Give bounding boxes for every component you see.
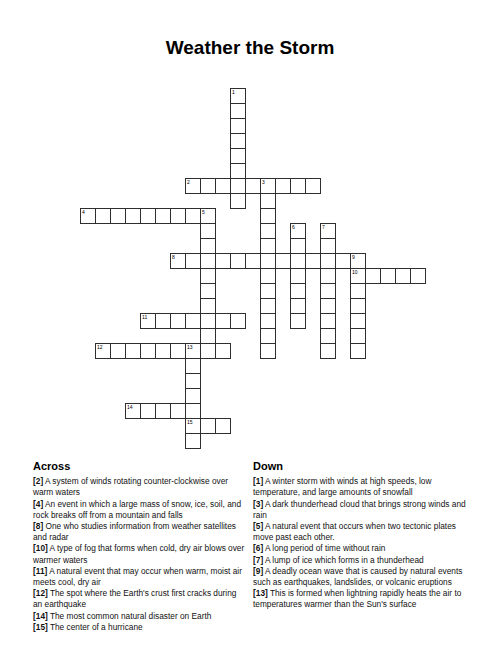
down-clue-list: [1] A winter storm with winds at high sp… xyxy=(253,476,468,610)
across-heading: Across xyxy=(33,461,246,472)
grid-cell[interactable] xyxy=(245,178,261,194)
grid-cell[interactable] xyxy=(95,208,111,224)
grid-cell[interactable] xyxy=(170,403,186,419)
clue-text: A type of fog that forms when cold, dry … xyxy=(33,543,244,564)
grid-cell[interactable] xyxy=(365,268,381,284)
clue-text: This is formed when lightning rapidly he… xyxy=(253,588,461,609)
grid-cell[interactable] xyxy=(260,343,276,359)
clue-text: A deadly ocean wave that is caused by na… xyxy=(253,566,462,587)
clue-number: [2] xyxy=(33,476,43,486)
grid-cell[interactable]: 12 xyxy=(95,343,111,359)
grid-cell[interactable] xyxy=(230,148,246,164)
grid-cell[interactable] xyxy=(305,178,321,194)
grid-cell[interactable] xyxy=(335,253,351,269)
grid-cell[interactable]: 15 xyxy=(185,418,201,434)
clue-number: [13] xyxy=(253,588,268,598)
clue-item: [12] The spot where the Earth's crust fi… xyxy=(33,588,246,610)
grid-cell[interactable] xyxy=(185,313,201,329)
grid-cell[interactable] xyxy=(200,328,216,344)
clue-item: [1] A winter storm with winds at high sp… xyxy=(253,476,468,498)
grid-cell[interactable] xyxy=(215,313,231,329)
cell-number: 4 xyxy=(82,209,85,215)
grid-cell[interactable] xyxy=(260,223,276,239)
grid-cell[interactable] xyxy=(290,268,306,284)
grid-cell[interactable] xyxy=(170,208,186,224)
grid-cell[interactable] xyxy=(260,283,276,299)
grid-cell[interactable] xyxy=(350,343,366,359)
grid-cell[interactable] xyxy=(245,253,261,269)
cell-number: 7 xyxy=(322,224,325,230)
cell-number: 14 xyxy=(127,404,133,410)
grid-cell[interactable] xyxy=(230,163,246,179)
clue-item: [13] This is formed when lightning rapid… xyxy=(253,588,468,610)
grid-cell[interactable] xyxy=(155,343,171,359)
grid-cell[interactable] xyxy=(230,133,246,149)
grid-cell[interactable] xyxy=(260,253,276,269)
grid-cell[interactable] xyxy=(275,178,291,194)
cell-number: 13 xyxy=(187,344,193,350)
grid-cell[interactable] xyxy=(140,343,156,359)
grid-cell[interactable] xyxy=(200,253,216,269)
cell-number: 2 xyxy=(187,179,190,185)
clue-item: [9] A deadly ocean wave that is caused b… xyxy=(253,566,468,588)
clue-text: The spot where the Earth's crust first c… xyxy=(33,588,236,609)
cell-number: 5 xyxy=(202,209,205,215)
page-title: Weather the Storm xyxy=(0,37,500,59)
grid-cell[interactable] xyxy=(230,253,246,269)
grid-cell[interactable] xyxy=(260,313,276,329)
clue-item: [6] A long period of time without rain xyxy=(253,543,468,554)
grid-cell[interactable]: 8 xyxy=(170,253,186,269)
grid-cell[interactable] xyxy=(215,253,231,269)
grid-cell[interactable]: 10 xyxy=(350,268,366,284)
grid-cell[interactable] xyxy=(200,343,216,359)
clue-text: A long period of time without rain xyxy=(263,543,385,553)
clue-number: [12] xyxy=(33,588,48,598)
clue-item: [15] The center of a hurricane xyxy=(33,622,246,633)
grid-cell[interactable] xyxy=(260,328,276,344)
grid-cell[interactable] xyxy=(290,253,306,269)
down-heading: Down xyxy=(253,461,468,472)
clue-number: [3] xyxy=(253,499,263,509)
grid-cell[interactable] xyxy=(200,223,216,239)
grid-cell[interactable] xyxy=(290,178,306,194)
cell-number: 1 xyxy=(232,89,235,95)
grid-cell[interactable] xyxy=(395,268,411,284)
grid-cell[interactable] xyxy=(200,298,216,314)
clue-text: A natural event that may occur when warm… xyxy=(33,566,242,587)
grid-cell[interactable] xyxy=(155,313,171,329)
grid-cell[interactable] xyxy=(185,403,201,419)
grid-cell[interactable] xyxy=(290,238,306,254)
cell-number: 10 xyxy=(352,269,358,275)
clue-number: [1] xyxy=(253,476,263,486)
grid-cell[interactable] xyxy=(140,403,156,419)
clue-number: [11] xyxy=(33,566,47,576)
clue-text: The most common natural disaster on Eart… xyxy=(48,611,212,621)
cell-number: 3 xyxy=(262,179,265,185)
grid-cell[interactable] xyxy=(320,283,336,299)
clue-item: [10] A type of fog that forms when cold,… xyxy=(33,543,246,565)
grid-cell[interactable] xyxy=(140,208,156,224)
clue-item: [4] An event in which a large mass of sn… xyxy=(33,499,246,521)
clue-text: A system of winds rotating counter-clock… xyxy=(33,476,228,497)
grid-cell[interactable] xyxy=(290,298,306,314)
grid-cell[interactable] xyxy=(290,283,306,299)
crossword-grid: 123456789101112131415 xyxy=(80,88,426,449)
grid-cell[interactable]: 9 xyxy=(350,253,366,269)
grid-cell[interactable]: 1 xyxy=(230,88,246,104)
clue-item: [11] A natural event that may occur when… xyxy=(33,566,246,588)
cell-number: 8 xyxy=(172,254,175,260)
clue-text: A lump of ice which forms in a thunderhe… xyxy=(263,555,424,565)
clue-text: An event in which a large mass of snow, … xyxy=(33,499,241,520)
clue-text: The center of a hurricane xyxy=(48,622,143,632)
grid-cell[interactable] xyxy=(200,268,216,284)
grid-cell[interactable] xyxy=(215,418,231,434)
grid-cell[interactable] xyxy=(110,343,126,359)
grid-cell[interactable] xyxy=(125,343,141,359)
grid-cell[interactable] xyxy=(185,358,201,374)
clue-item: [8] One who studies information from wea… xyxy=(33,521,246,543)
grid-cell[interactable] xyxy=(170,343,186,359)
grid-cell[interactable] xyxy=(125,208,141,224)
grid-cell[interactable] xyxy=(200,238,216,254)
cell-number: 12 xyxy=(97,344,103,350)
grid-cell[interactable] xyxy=(185,433,201,449)
clue-item: [2] A system of winds rotating counter-c… xyxy=(33,476,246,498)
clue-text: A winter storm with winds at high speeds… xyxy=(253,476,431,497)
grid-cell[interactable] xyxy=(320,313,336,329)
grid-cell[interactable] xyxy=(170,313,186,329)
grid-cell[interactable]: 11 xyxy=(140,313,156,329)
grid-cell[interactable] xyxy=(290,313,306,329)
grid-cell[interactable] xyxy=(305,253,321,269)
grid-cell[interactable] xyxy=(155,208,171,224)
grid-cell[interactable] xyxy=(215,343,231,359)
grid-cell[interactable] xyxy=(200,283,216,299)
grid-cell[interactable] xyxy=(380,268,396,284)
grid-cell[interactable] xyxy=(155,403,171,419)
grid-cell[interactable]: 7 xyxy=(320,223,336,239)
grid-cell[interactable]: 14 xyxy=(125,403,141,419)
clues-down-section: Down [1] A winter storm with winds at hi… xyxy=(253,461,468,611)
grid-cell[interactable] xyxy=(320,253,336,269)
grid-cell[interactable] xyxy=(350,328,366,344)
grid-cell[interactable]: 6 xyxy=(290,223,306,239)
grid-cell[interactable] xyxy=(320,343,336,359)
grid-cell[interactable]: 5 xyxy=(200,208,216,224)
clue-number: [9] xyxy=(253,566,263,576)
grid-cell[interactable] xyxy=(230,103,246,119)
grid-cell[interactable] xyxy=(200,418,216,434)
grid-cell[interactable]: 3 xyxy=(260,178,276,194)
clue-item: [5] A natural event that occurs when two… xyxy=(253,521,468,543)
grid-cell[interactable]: 13 xyxy=(185,343,201,359)
grid-cell[interactable]: 4 xyxy=(80,208,96,224)
clue-number: [4] xyxy=(33,499,43,509)
grid-cell[interactable] xyxy=(260,298,276,314)
grid-cell[interactable] xyxy=(260,193,276,209)
grid-cell[interactable] xyxy=(185,208,201,224)
grid-cell[interactable] xyxy=(110,208,126,224)
grid-cell[interactable]: 2 xyxy=(185,178,201,194)
grid-cell[interactable] xyxy=(230,118,246,134)
clue-number: [5] xyxy=(253,521,263,531)
clues-across-section: Across [2] A system of winds rotating co… xyxy=(33,461,246,633)
grid-cell[interactable] xyxy=(275,253,291,269)
clue-number: [15] xyxy=(33,622,48,632)
grid-cell[interactable] xyxy=(230,313,246,329)
clue-number: [7] xyxy=(253,555,263,565)
grid-cell[interactable] xyxy=(200,313,216,329)
grid-cell[interactable] xyxy=(350,313,366,329)
clue-text: One who studies information from weather… xyxy=(33,521,236,542)
clue-text: A natural event that occurs when two tec… xyxy=(253,521,456,542)
clue-number: [6] xyxy=(253,543,263,553)
clue-text: A dark thunderhead cloud that brings str… xyxy=(253,499,466,520)
clue-item: [3] A dark thunderhead cloud that brings… xyxy=(253,499,468,521)
clue-item: [14] The most common natural disaster on… xyxy=(33,611,246,622)
grid-cell[interactable] xyxy=(350,283,366,299)
clue-number: [10] xyxy=(33,543,48,553)
grid-cell[interactable] xyxy=(230,178,246,194)
cell-number: 6 xyxy=(292,224,295,230)
grid-cell[interactable] xyxy=(350,298,366,314)
grid-cell[interactable] xyxy=(260,268,276,284)
grid-cell[interactable] xyxy=(200,178,216,194)
cell-number: 15 xyxy=(187,419,193,425)
grid-cell[interactable] xyxy=(185,253,201,269)
grid-cell[interactable] xyxy=(260,208,276,224)
grid-cell[interactable] xyxy=(320,268,336,284)
grid-cell[interactable] xyxy=(185,373,201,389)
grid-cell[interactable] xyxy=(260,238,276,254)
grid-cell[interactable] xyxy=(230,193,246,209)
grid-cell[interactable] xyxy=(320,328,336,344)
grid-cell[interactable] xyxy=(215,178,231,194)
clue-item: [7] A lump of ice which forms in a thund… xyxy=(253,555,468,566)
across-clue-list: [2] A system of winds rotating counter-c… xyxy=(33,476,246,633)
grid-cell[interactable] xyxy=(320,298,336,314)
clue-number: [8] xyxy=(33,521,43,531)
grid-cell[interactable] xyxy=(410,268,426,284)
grid-cell[interactable] xyxy=(185,388,201,404)
grid-cell[interactable] xyxy=(320,238,336,254)
cell-number: 11 xyxy=(142,314,147,320)
cell-number: 9 xyxy=(352,254,355,260)
clue-number: [14] xyxy=(33,611,48,621)
